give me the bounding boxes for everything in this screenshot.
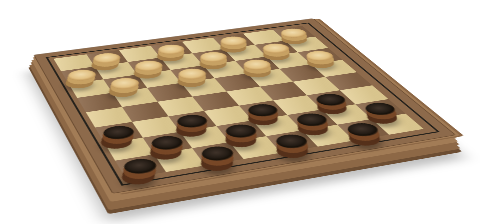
dark-piece-sq30[interactable] (198, 145, 238, 163)
board-frame-inner (46, 23, 440, 186)
scene (0, 0, 480, 224)
checkers-board (33, 18, 456, 193)
board-grid (54, 25, 428, 178)
dark-piece-sq31[interactable] (272, 133, 312, 150)
dark-piece-sq29[interactable] (121, 157, 161, 176)
